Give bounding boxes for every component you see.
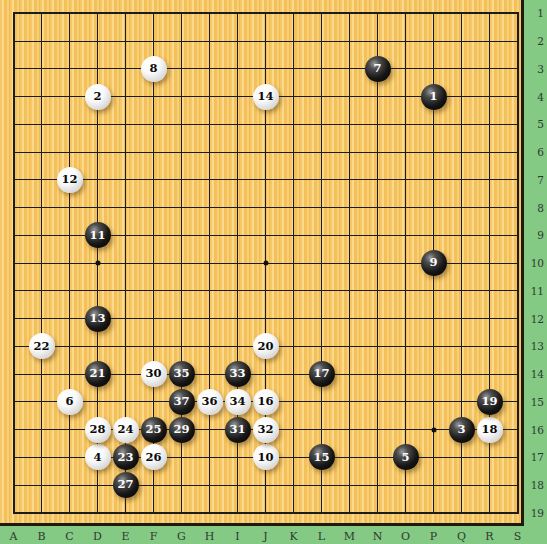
row-label-11: 11 [524, 285, 546, 297]
grid-vline [405, 12, 406, 514]
star-point [95, 261, 100, 266]
col-label-N: N [368, 530, 388, 543]
stone-1[interactable]: 1 [421, 84, 447, 110]
col-label-R: R [480, 530, 500, 543]
row-label-14: 14 [524, 368, 546, 380]
stone-7[interactable]: 7 [365, 56, 391, 82]
row-label-5: 5 [524, 118, 546, 130]
col-label-K: K [284, 530, 304, 543]
stone-25[interactable]: 25 [141, 417, 167, 443]
col-label-I: I [228, 530, 248, 543]
col-label-O: O [396, 530, 416, 543]
grid-vline [293, 12, 294, 514]
row-label-2: 2 [524, 35, 546, 47]
stone-17[interactable]: 17 [309, 361, 335, 387]
col-label-F: F [144, 530, 164, 543]
stone-8[interactable]: 8 [141, 56, 167, 82]
stone-28[interactable]: 28 [85, 417, 111, 443]
stone-16[interactable]: 16 [253, 389, 279, 415]
stone-32[interactable]: 32 [253, 417, 279, 443]
stone-4[interactable]: 4 [85, 444, 111, 470]
row-label-18: 18 [524, 479, 546, 491]
grid-vline [349, 12, 350, 514]
col-label-S: S [508, 530, 528, 543]
stone-33[interactable]: 33 [225, 361, 251, 387]
stone-23[interactable]: 23 [113, 444, 139, 470]
grid-vline [321, 12, 322, 514]
stone-29[interactable]: 29 [169, 417, 195, 443]
row-label-15: 15 [524, 396, 546, 408]
col-label-E: E [116, 530, 136, 543]
go-diagram-page: 1234567891011121314151617181920212223242… [0, 0, 547, 544]
col-label-H: H [200, 530, 220, 543]
grid-hline [13, 512, 519, 514]
stone-14[interactable]: 14 [253, 84, 279, 110]
star-point [263, 261, 268, 266]
grid-vline [517, 12, 519, 514]
col-label-L: L [312, 530, 332, 543]
stone-9[interactable]: 9 [421, 250, 447, 276]
stone-18[interactable]: 18 [477, 417, 503, 443]
stone-5[interactable]: 5 [393, 444, 419, 470]
grid-vline [377, 12, 378, 514]
row-label-3: 3 [524, 63, 546, 75]
stone-27[interactable]: 27 [113, 472, 139, 498]
stone-35[interactable]: 35 [169, 361, 195, 387]
col-label-Q: Q [452, 530, 472, 543]
stone-20[interactable]: 20 [253, 333, 279, 359]
row-label-4: 4 [524, 91, 546, 103]
grid-hline [13, 290, 519, 291]
stone-15[interactable]: 15 [309, 444, 335, 470]
stone-31[interactable]: 31 [225, 417, 251, 443]
stone-34[interactable]: 34 [225, 389, 251, 415]
row-label-13: 13 [524, 340, 546, 352]
col-label-A: A [4, 530, 24, 543]
row-label-6: 6 [524, 146, 546, 158]
stone-10[interactable]: 10 [253, 444, 279, 470]
stone-2[interactable]: 2 [85, 84, 111, 110]
stone-24[interactable]: 24 [113, 417, 139, 443]
col-label-M: M [340, 530, 360, 543]
row-label-12: 12 [524, 313, 546, 325]
stone-21[interactable]: 21 [85, 361, 111, 387]
col-label-C: C [60, 530, 80, 543]
row-label-9: 9 [524, 229, 546, 241]
stone-30[interactable]: 30 [141, 361, 167, 387]
row-label-7: 7 [524, 174, 546, 186]
stone-36[interactable]: 36 [197, 389, 223, 415]
row-label-16: 16 [524, 424, 546, 436]
stone-3[interactable]: 3 [449, 417, 475, 443]
col-label-G: G [172, 530, 192, 543]
row-label-17: 17 [524, 451, 546, 463]
col-label-B: B [32, 530, 52, 543]
stone-13[interactable]: 13 [85, 306, 111, 332]
row-label-1: 1 [524, 7, 546, 19]
stone-12[interactable]: 12 [57, 167, 83, 193]
grid-hline [13, 485, 519, 486]
row-label-19: 19 [524, 507, 546, 519]
col-label-J: J [256, 530, 276, 543]
stone-11[interactable]: 11 [85, 222, 111, 248]
row-label-10: 10 [524, 257, 546, 269]
star-point [431, 427, 436, 432]
stone-26[interactable]: 26 [141, 444, 167, 470]
go-board[interactable]: 1234567891011121314151617181920212223242… [0, 0, 524, 526]
stone-19[interactable]: 19 [477, 389, 503, 415]
row-label-8: 8 [524, 202, 546, 214]
col-label-P: P [424, 530, 444, 543]
stone-6[interactable]: 6 [57, 389, 83, 415]
col-label-D: D [88, 530, 108, 543]
stone-22[interactable]: 22 [29, 333, 55, 359]
stone-37[interactable]: 37 [169, 389, 195, 415]
